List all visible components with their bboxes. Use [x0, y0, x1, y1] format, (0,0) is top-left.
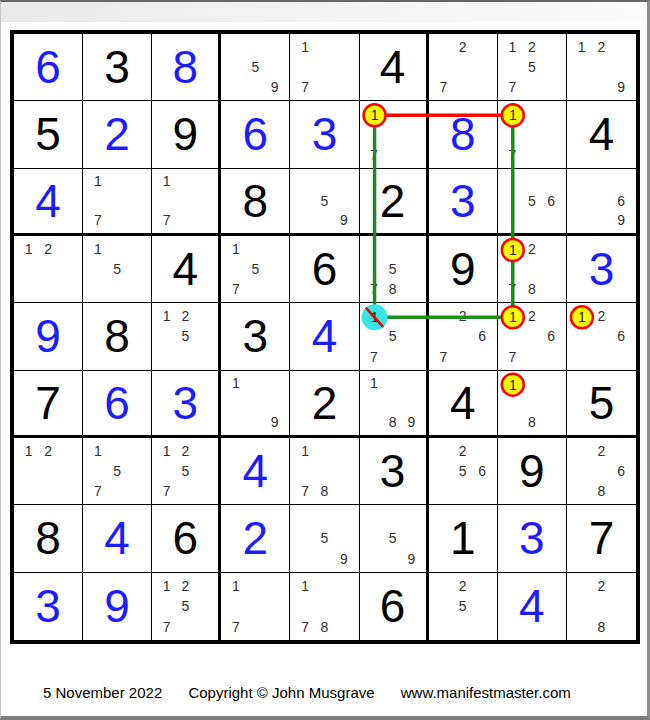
candidate-empty: [365, 104, 384, 124]
candidate-empty: [503, 326, 522, 346]
candidate-empty: [434, 326, 453, 346]
candidate-9: 9: [334, 211, 353, 230]
candidate-empty: [611, 306, 631, 326]
candidate-empty: [472, 441, 491, 461]
candidate-empty: [19, 279, 38, 299]
candidate-empty: [295, 172, 314, 191]
candidate-empty: [542, 57, 561, 77]
candidate-empty: [58, 259, 77, 279]
cell-r4c4[interactable]: 157: [221, 236, 290, 303]
candidate-7: 7: [503, 347, 522, 367]
candidate-empty: [402, 393, 421, 412]
cell-r7c2[interactable]: 157: [83, 438, 152, 505]
candidate-empty: [542, 393, 561, 412]
cell-r4c5[interactable]: 6: [290, 236, 359, 303]
candidate-5: 5: [176, 461, 195, 481]
candidate-empty: [365, 306, 384, 326]
cell-r9c8[interactable]: 4: [498, 573, 567, 640]
cell-r7c7[interactable]: 256: [429, 438, 498, 505]
candidate-5: 5: [176, 596, 195, 616]
candidate-empty: [503, 124, 522, 144]
pencil-marks: 15: [88, 239, 146, 299]
cell-r6c7[interactable]: 4: [429, 371, 498, 438]
cell-r8c8[interactable]: 3: [498, 505, 567, 572]
candidate-empty: [195, 441, 214, 461]
candidate-empty: [19, 461, 38, 481]
candidate-2: 2: [38, 239, 57, 259]
cell-r7c5[interactable]: 178: [290, 438, 359, 505]
given-digit: 9: [498, 438, 566, 504]
candidate-empty: [383, 508, 402, 528]
candidate-2: 2: [592, 306, 612, 326]
candidate-empty: [334, 617, 353, 637]
candidate-empty: [402, 528, 421, 548]
candidate-empty: [107, 441, 126, 461]
candidate-9: 9: [611, 211, 631, 230]
candidate-empty: [472, 596, 491, 616]
candidate-empty: [472, 576, 491, 596]
given-digit: 3: [83, 34, 151, 100]
given-digit: 3: [221, 303, 289, 369]
footer-copyright: Copyright © John Musgrave: [188, 684, 374, 701]
candidate-5: 5: [522, 57, 541, 77]
cell-r8c6[interactable]: 59: [360, 505, 429, 572]
cell-r7c9[interactable]: 268: [567, 438, 636, 505]
pencil-marks: 125: [157, 306, 213, 366]
cell-r5c5[interactable]: 4: [290, 303, 359, 370]
candidate-empty: [334, 441, 353, 461]
pencil-marks: 17: [295, 37, 353, 97]
candidate-empty: [572, 441, 592, 461]
cell-r2c3[interactable]: 9: [152, 101, 221, 168]
candidate-empty: [195, 172, 214, 191]
candidate-empty: [402, 374, 421, 393]
candidate-empty: [19, 259, 38, 279]
candidate-empty: [176, 481, 195, 501]
candidate-empty: [572, 617, 592, 637]
candidate-1: 1: [157, 306, 176, 326]
candidate-empty: [176, 617, 195, 637]
candidate-empty: [542, 239, 561, 259]
candidate-empty: [365, 393, 384, 412]
candidate-empty: [503, 57, 522, 77]
pencil-marks: 59: [226, 37, 284, 97]
pencil-marks: 7: [365, 104, 421, 164]
cell-r5c3[interactable]: 125: [152, 303, 221, 370]
cell-r1c4[interactable]: 59: [221, 34, 290, 101]
cell-r3c5[interactable]: 59: [290, 169, 359, 236]
candidate-empty: [195, 326, 214, 346]
cell-r6c6[interactable]: 189: [360, 371, 429, 438]
given-digit: 7: [567, 505, 636, 571]
candidate-2: 2: [176, 441, 195, 461]
candidate-2: 2: [453, 441, 472, 461]
footer-website: www.manifestmaster.com: [401, 684, 571, 701]
cell-r1c5[interactable]: 17: [290, 34, 359, 101]
cell-r9c6[interactable]: 6: [360, 573, 429, 640]
candidate-empty: [572, 596, 592, 616]
candidate-5: 5: [107, 461, 126, 481]
cell-r6c4[interactable]: 19: [221, 371, 290, 438]
cell-r6c3[interactable]: 3: [152, 371, 221, 438]
given-digit: 4: [567, 101, 636, 167]
cell-r7c4[interactable]: 4: [221, 438, 290, 505]
solved-digit: 6: [221, 101, 289, 167]
candidate-empty: [265, 617, 284, 637]
cell-r7c1[interactable]: 12: [14, 438, 83, 505]
cell-r6c9[interactable]: 5: [567, 371, 636, 438]
candidate-empty: [38, 461, 57, 481]
candidate-empty: [572, 481, 592, 501]
candidate-1: 1: [157, 441, 176, 461]
cell-r2c6[interactable]: 7: [360, 101, 429, 168]
pencil-marks: 157: [88, 441, 146, 501]
candidate-7: 7: [157, 617, 176, 637]
candidate-1: 1: [88, 172, 107, 191]
solved-digit: 2: [83, 101, 151, 167]
cell-r4c9[interactable]: 3: [567, 236, 636, 303]
pencil-marks: 17: [157, 172, 213, 230]
candidate-5: 5: [522, 191, 541, 210]
candidate-empty: [365, 549, 384, 569]
candidate-empty: [472, 77, 491, 97]
candidate-7: 7: [157, 481, 176, 501]
cell-r7c8[interactable]: 9: [498, 438, 567, 505]
candidate-5: 5: [383, 259, 402, 279]
cell-r4c2[interactable]: 15: [83, 236, 152, 303]
solved-digit: 3: [498, 505, 566, 571]
pencil-marks: 27: [434, 37, 492, 97]
candidate-2: 2: [592, 441, 612, 461]
candidate-empty: [572, 461, 592, 481]
cell-r3c3[interactable]: 17: [152, 169, 221, 236]
candidate-empty: [522, 145, 541, 165]
candidate-1: 1: [226, 239, 245, 259]
candidate-empty: [572, 211, 592, 230]
cell-r3c4[interactable]: 8: [221, 169, 290, 236]
candidate-empty: [315, 57, 334, 77]
candidate-empty: [315, 576, 334, 596]
cell-r8c3[interactable]: 6: [152, 505, 221, 572]
candidate-empty: [592, 57, 612, 77]
candidate-empty: [542, 77, 561, 97]
candidate-5: 5: [383, 528, 402, 548]
candidate-empty: [434, 461, 453, 481]
candidate-empty: [522, 347, 541, 367]
cell-r1c2[interactable]: 3: [83, 34, 152, 101]
candidate-empty: [503, 413, 522, 432]
candidate-empty: [127, 259, 146, 279]
candidate-empty: [295, 528, 314, 548]
candidate-empty: [503, 211, 522, 230]
cell-r9c3[interactable]: 1257: [152, 573, 221, 640]
candidate-empty: [38, 259, 57, 279]
cell-r5c2[interactable]: 8: [83, 303, 152, 370]
candidate-8: 8: [383, 279, 402, 299]
candidate-empty: [611, 596, 631, 616]
cell-r4c7[interactable]: 9: [429, 236, 498, 303]
candidate-empty: [402, 124, 421, 144]
cell-r5c6[interactable]: 57: [360, 303, 429, 370]
candidate-9: 9: [402, 413, 421, 432]
given-digit: 6: [152, 505, 218, 571]
candidate-5: 5: [176, 326, 195, 346]
pencil-marks: 26: [572, 306, 631, 366]
cell-r2c1[interactable]: 5: [14, 101, 83, 168]
cell-r3c7[interactable]: 3: [429, 169, 498, 236]
cell-r9c4[interactable]: 17: [221, 573, 290, 640]
candidate-1: 1: [226, 576, 245, 596]
page-frame: 6385917427125712952963787441717859235669…: [0, 0, 650, 720]
cell-r5c4[interactable]: 3: [221, 303, 290, 370]
candidate-empty: [365, 528, 384, 548]
solved-digit: 3: [290, 101, 358, 167]
candidate-empty: [127, 191, 146, 210]
cell-r7c6[interactable]: 3: [360, 438, 429, 505]
cell-r4c1[interactable]: 12: [14, 236, 83, 303]
candidate-empty: [334, 37, 353, 57]
candidate-empty: [107, 239, 126, 259]
cell-r9c7[interactable]: 25: [429, 573, 498, 640]
cell-r8c9[interactable]: 7: [567, 505, 636, 572]
candidate-7: 7: [503, 279, 522, 299]
cell-r8c2[interactable]: 4: [83, 505, 152, 572]
candidate-empty: [88, 259, 107, 279]
candidate-empty: [542, 211, 561, 230]
cell-r1c1[interactable]: 6: [14, 34, 83, 101]
cell-r1c3[interactable]: 8: [152, 34, 221, 101]
candidate-2: 2: [592, 37, 612, 57]
cell-r2c5[interactable]: 3: [290, 101, 359, 168]
candidate-empty: [542, 259, 561, 279]
candidate-9: 9: [334, 549, 353, 569]
candidate-5: 5: [315, 528, 334, 548]
candidate-empty: [295, 549, 314, 569]
cell-r8c5[interactable]: 59: [290, 505, 359, 572]
candidate-empty: [334, 57, 353, 77]
candidate-7: 7: [365, 145, 384, 165]
cell-r8c4[interactable]: 2: [221, 505, 290, 572]
candidate-6: 6: [611, 191, 631, 210]
candidate-empty: [19, 481, 38, 501]
solved-digit: 6: [14, 34, 82, 100]
cell-r4c8[interactable]: 278: [498, 236, 567, 303]
title-bar: [1, 2, 647, 22]
candidate-empty: [611, 347, 631, 367]
cell-r9c9[interactable]: 28: [567, 573, 636, 640]
pencil-marks: 19: [226, 374, 284, 432]
candidate-empty: [503, 104, 522, 124]
candidate-empty: [127, 172, 146, 191]
cell-r2c4[interactable]: 6: [221, 101, 290, 168]
candidate-empty: [383, 393, 402, 412]
cell-r1c8[interactable]: 1257: [498, 34, 567, 101]
candidate-empty: [246, 279, 265, 299]
solved-digit: 3: [429, 169, 497, 233]
pencil-marks: 59: [295, 172, 353, 230]
cell-r2c9[interactable]: 4: [567, 101, 636, 168]
pencil-marks: 267: [503, 306, 561, 366]
candidate-empty: [58, 461, 77, 481]
pencil-marks: 17: [88, 172, 146, 230]
pencil-marks: 28: [572, 576, 631, 637]
candidate-empty: [334, 528, 353, 548]
cell-r4c3[interactable]: 4: [152, 236, 221, 303]
candidate-2: 2: [453, 306, 472, 326]
candidate-empty: [195, 461, 214, 481]
candidate-2: 2: [522, 239, 541, 259]
cell-r2c2[interactable]: 2: [83, 101, 152, 168]
candidate-1: 1: [572, 37, 592, 57]
candidate-1: 1: [226, 374, 245, 393]
candidate-empty: [195, 347, 214, 367]
candidate-empty: [572, 191, 592, 210]
candidate-empty: [265, 239, 284, 259]
given-digit: 2: [290, 371, 358, 435]
pencil-marks: 7: [503, 104, 561, 164]
candidate-8: 8: [522, 413, 541, 432]
candidate-empty: [503, 172, 522, 191]
cell-r5c8[interactable]: 267: [498, 303, 567, 370]
cell-r9c2[interactable]: 9: [83, 573, 152, 640]
candidate-empty: [107, 191, 126, 210]
cell-r8c7[interactable]: 1: [429, 505, 498, 572]
cell-r6c5[interactable]: 2: [290, 371, 359, 438]
cell-r5c9[interactable]: 26: [567, 303, 636, 370]
candidate-empty: [246, 393, 265, 412]
candidate-6: 6: [542, 326, 561, 346]
candidate-1: 1: [503, 37, 522, 57]
candidate-empty: [58, 279, 77, 299]
candidate-empty: [365, 259, 384, 279]
given-digit: 4: [429, 371, 497, 435]
cell-r2c7[interactable]: 8: [429, 101, 498, 168]
candidate-empty: [503, 374, 522, 393]
candidate-empty: [542, 374, 561, 393]
candidate-2: 2: [176, 306, 195, 326]
candidate-empty: [402, 259, 421, 279]
cell-r3c2[interactable]: 17: [83, 169, 152, 236]
candidate-empty: [472, 481, 491, 501]
candidate-7: 7: [434, 347, 453, 367]
candidate-empty: [572, 576, 592, 596]
cell-r3c6[interactable]: 2: [360, 169, 429, 236]
candidate-8: 8: [315, 617, 334, 637]
candidate-empty: [592, 461, 612, 481]
cell-r5c7[interactable]: 267: [429, 303, 498, 370]
candidate-empty: [434, 306, 453, 326]
candidate-empty: [195, 211, 214, 230]
candidate-empty: [107, 211, 126, 230]
candidate-empty: [315, 461, 334, 481]
candidate-empty: [195, 576, 214, 596]
candidate-empty: [472, 617, 491, 637]
cell-r9c5[interactable]: 178: [290, 573, 359, 640]
candidate-empty: [365, 413, 384, 432]
pencil-marks: 157: [226, 239, 284, 299]
candidate-7: 7: [503, 145, 522, 165]
solved-digit: 4: [221, 438, 289, 504]
candidate-empty: [88, 461, 107, 481]
cell-r3c9[interactable]: 69: [567, 169, 636, 236]
cell-r9c1[interactable]: 3: [14, 573, 83, 640]
pencil-marks: 69: [572, 172, 631, 230]
candidate-empty: [572, 306, 592, 326]
candidate-empty: [265, 279, 284, 299]
cell-r6c1[interactable]: 7: [14, 371, 83, 438]
candidate-empty: [542, 413, 561, 432]
cell-r7c3[interactable]: 1257: [152, 438, 221, 505]
candidate-5: 5: [107, 259, 126, 279]
candidate-empty: [88, 191, 107, 210]
candidate-7: 7: [226, 279, 245, 299]
given-digit: 3: [360, 438, 426, 504]
candidate-6: 6: [472, 326, 491, 346]
cell-r6c2[interactable]: 6: [83, 371, 152, 438]
cell-r1c7[interactable]: 27: [429, 34, 498, 101]
candidate-empty: [611, 57, 631, 77]
candidate-7: 7: [226, 617, 245, 637]
candidate-empty: [383, 374, 402, 393]
candidate-empty: [38, 279, 57, 299]
cell-r4c6[interactable]: 578: [360, 236, 429, 303]
candidate-empty: [265, 576, 284, 596]
given-digit: 1: [429, 505, 497, 571]
candidate-empty: [157, 461, 176, 481]
cell-r3c8[interactable]: 56: [498, 169, 567, 236]
candidate-empty: [127, 239, 146, 259]
given-digit: 9: [152, 101, 218, 167]
candidate-empty: [265, 393, 284, 412]
candidate-empty: [295, 211, 314, 230]
given-digit: 2: [360, 169, 426, 233]
cell-r1c6[interactable]: 4: [360, 34, 429, 101]
candidate-empty: [176, 191, 195, 210]
candidate-empty: [334, 77, 353, 97]
candidate-empty: [107, 279, 126, 299]
cell-r2c8[interactable]: 7: [498, 101, 567, 168]
candidate-empty: [226, 259, 245, 279]
candidate-empty: [334, 508, 353, 528]
pencil-marks: 267: [434, 306, 492, 366]
candidate-empty: [107, 481, 126, 501]
candidate-empty: [383, 347, 402, 367]
candidate-1: 1: [19, 441, 38, 461]
cell-r8c1[interactable]: 8: [14, 505, 83, 572]
solved-digit: 8: [429, 101, 497, 167]
cell-r5c1[interactable]: 9: [14, 303, 83, 370]
candidate-empty: [522, 393, 541, 412]
candidate-empty: [195, 617, 214, 637]
candidate-empty: [383, 549, 402, 569]
candidate-empty: [472, 347, 491, 367]
candidate-9: 9: [611, 77, 631, 97]
candidate-empty: [226, 77, 245, 97]
candidate-6: 6: [611, 326, 631, 346]
candidate-empty: [315, 441, 334, 461]
candidate-9: 9: [265, 77, 284, 97]
cell-r1c9[interactable]: 129: [567, 34, 636, 101]
candidate-empty: [315, 211, 334, 230]
candidate-empty: [127, 279, 146, 299]
candidate-empty: [226, 57, 245, 77]
candidate-empty: [107, 172, 126, 191]
cell-r6c8[interactable]: 8: [498, 371, 567, 438]
candidate-empty: [572, 326, 592, 346]
pencil-marks: 178: [295, 441, 353, 501]
cell-r3c1[interactable]: 4: [14, 169, 83, 236]
candidate-2: 2: [453, 37, 472, 57]
